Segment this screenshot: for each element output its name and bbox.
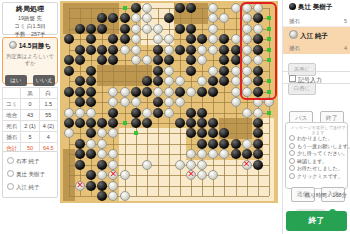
black-stone[interactable] — [253, 118, 263, 128]
white-stone[interactable] — [108, 181, 118, 191]
black-stone[interactable] — [197, 139, 207, 149]
player-radio[interactable] — [7, 183, 14, 190]
dead-stone-x-mark: ✕ — [76, 181, 84, 190]
white-stone[interactable] — [197, 45, 207, 55]
white-stone-icon — [9, 41, 17, 49]
disputed-region-red-box — [240, 2, 277, 100]
black-stone[interactable] — [186, 55, 196, 65]
message-radio[interactable] — [289, 143, 295, 149]
green-point-mark — [267, 111, 271, 115]
player-list-item[interactable]: 石本 純子 — [7, 155, 57, 168]
white-stone[interactable] — [231, 3, 241, 13]
score-cell: 2 (1) — [21, 121, 39, 132]
white-stone[interactable] — [142, 13, 152, 23]
white-stone[interactable] — [197, 76, 207, 86]
black-stone[interactable] — [120, 13, 130, 23]
white-stone[interactable] — [175, 97, 185, 107]
score-table: 黒白コミ01.5地合4355死石2 (1)4 (2)捕石54合計5064.5 — [2, 87, 58, 154]
white-stone[interactable] — [153, 24, 163, 34]
black-stone[interactable] — [97, 55, 107, 65]
black-stone[interactable] — [97, 181, 107, 191]
white-stone[interactable] — [164, 76, 174, 86]
black-stone[interactable] — [253, 160, 263, 170]
black-stone[interactable] — [64, 87, 74, 97]
white-stone[interactable] — [153, 87, 163, 97]
black-stone[interactable] — [86, 181, 96, 191]
white-stone[interactable] — [108, 191, 118, 201]
white-stone[interactable] — [120, 87, 130, 97]
black-stone[interactable] — [97, 13, 107, 23]
black-stone[interactable] — [86, 24, 96, 34]
black-stone[interactable] — [153, 45, 163, 55]
black-stone[interactable] — [219, 66, 229, 76]
white-stone[interactable] — [231, 76, 241, 86]
finish-button[interactable]: 終了 — [286, 211, 347, 231]
black-stone[interactable] — [175, 45, 185, 55]
black-stone[interactable] — [142, 118, 152, 128]
white-stone[interactable] — [108, 149, 118, 159]
message-option[interactable]: クリックミスです。 — [289, 173, 347, 181]
score-cell: 死石 — [3, 121, 21, 132]
black-stone[interactable] — [219, 55, 229, 65]
black-stone[interactable] — [197, 108, 207, 118]
black-stone[interactable] — [86, 45, 96, 55]
message-option[interactable]: 少し待ってください。 — [289, 150, 347, 158]
dead-stone-x-mark: ✕ — [110, 170, 118, 179]
white-stone[interactable] — [75, 108, 85, 118]
black-stone[interactable] — [131, 87, 141, 97]
white-captures: 捕石4 — [283, 45, 350, 52]
black-stone[interactable] — [197, 128, 207, 138]
black-stone[interactable] — [97, 45, 107, 55]
score-header: 白 — [39, 88, 57, 99]
white-stone[interactable] — [208, 3, 218, 13]
board-type-line: 19路盤 先 — [3, 14, 57, 22]
black-stone[interactable] — [75, 24, 85, 34]
dead-stone-x-mark: ✕ — [243, 160, 251, 169]
black-stone[interactable] — [153, 76, 163, 86]
black-stone[interactable] — [108, 118, 118, 128]
black-stone[interactable] — [142, 76, 152, 86]
score-cell: 5 — [21, 132, 39, 143]
black-stone[interactable] — [97, 191, 107, 201]
black-player-name: 奥辻 美樹子 — [289, 3, 346, 12]
black-stone[interactable] — [153, 66, 163, 76]
black-stone[interactable] — [108, 45, 118, 55]
white-stone[interactable] — [131, 97, 141, 107]
white-stone[interactable] — [208, 24, 218, 34]
white-stone[interactable] — [197, 55, 207, 65]
white-stone[interactable] — [131, 55, 141, 65]
result-line: 14.5目勝ち — [3, 41, 57, 51]
white-stone[interactable] — [219, 149, 229, 159]
white-stone[interactable] — [219, 13, 229, 23]
black-stone[interactable] — [86, 97, 96, 107]
score-cell: 4 (2) — [39, 121, 57, 132]
green-point-mark — [123, 6, 127, 10]
white-stone[interactable] — [131, 24, 141, 34]
white-stone[interactable] — [164, 97, 174, 107]
black-stone[interactable] — [253, 139, 263, 149]
score-row: 死石2 (1)4 (2) — [3, 121, 58, 132]
score-row: 地合4355 — [3, 110, 58, 121]
black-stone[interactable] — [131, 3, 141, 13]
white-stone[interactable] — [164, 66, 174, 76]
black-stone[interactable] — [242, 149, 252, 159]
endgame-title: 終局処理 — [3, 4, 57, 14]
black-stone[interactable] — [153, 55, 163, 65]
player-select-list: 石本 純子奥辻 美樹子入江 純子 — [2, 151, 58, 198]
black-stone[interactable] — [231, 45, 241, 55]
white-stone[interactable] — [186, 160, 196, 170]
white-stone[interactable] — [108, 128, 118, 138]
black-stone[interactable] — [175, 118, 185, 128]
white-stone[interactable] — [142, 3, 152, 13]
black-stone[interactable] — [86, 76, 96, 86]
black-stone[interactable] — [86, 87, 96, 97]
white-player-name: 入江 純子 — [289, 30, 346, 41]
white-stone[interactable] — [231, 87, 241, 97]
white-stone[interactable] — [97, 170, 107, 180]
black-stone[interactable] — [64, 55, 74, 65]
black-captures: 捕石5 — [283, 18, 350, 25]
message-option[interactable]: お待たせしました。 — [289, 165, 347, 173]
black-stone[interactable] — [175, 87, 185, 97]
black-stone[interactable] — [231, 139, 241, 149]
black-stone[interactable] — [75, 139, 85, 149]
message-option[interactable]: わかりました。 — [289, 135, 347, 143]
black-stone[interactable] — [164, 13, 174, 23]
yes-button[interactable]: はい — [5, 75, 27, 86]
score-cell: コミ — [3, 99, 21, 110]
white-stone[interactable] — [64, 108, 74, 118]
black-stone[interactable] — [75, 87, 85, 97]
black-stone[interactable] — [120, 34, 130, 44]
black-stone[interactable] — [86, 128, 96, 138]
white-stone[interactable] — [164, 87, 174, 97]
black-stone[interactable] — [186, 108, 196, 118]
black-stone[interactable] — [175, 24, 185, 34]
score-row: コミ01.5 — [3, 99, 58, 110]
black-stone[interactable] — [131, 108, 141, 118]
white-stone[interactable] — [242, 108, 252, 118]
black-stone[interactable] — [86, 149, 96, 159]
white-stone[interactable] — [64, 128, 74, 138]
black-stone[interactable] — [75, 97, 85, 107]
black-stone[interactable] — [175, 3, 185, 13]
white-stone[interactable] — [208, 66, 218, 76]
dead-stone-x-mark: ✕ — [187, 170, 195, 179]
white-stone[interactable] — [142, 55, 152, 65]
black-stone[interactable] — [75, 149, 85, 159]
score-row: 捕石54 — [3, 132, 58, 143]
white-stone[interactable] — [242, 139, 252, 149]
white-stone[interactable] — [108, 97, 118, 107]
white-stone[interactable] — [120, 191, 130, 201]
black-stone[interactable] — [208, 139, 218, 149]
symbol-input-row[interactable]: 記号入力 — [283, 71, 350, 84]
black-stone[interactable] — [231, 55, 241, 65]
white-stone[interactable] — [231, 66, 241, 76]
white-stone[interactable] — [142, 24, 152, 34]
white-stone[interactable] — [97, 139, 107, 149]
black-stone[interactable] — [219, 128, 229, 138]
score-cell: 55 — [39, 110, 57, 121]
goban[interactable]: ✕✕✕✕ — [60, 1, 278, 203]
score-cell: 43 — [21, 110, 39, 121]
black-stone[interactable] — [108, 34, 118, 44]
black-stone[interactable] — [97, 160, 107, 170]
black-stone[interactable] — [153, 108, 163, 118]
score-header — [3, 88, 21, 99]
black-stone[interactable] — [108, 55, 118, 65]
komi-line: コミ 白1.5目 — [3, 22, 57, 30]
black-stone[interactable] — [253, 128, 263, 138]
white-stone[interactable] — [142, 160, 152, 170]
black-stone[interactable] — [197, 87, 207, 97]
white-stone[interactable] — [175, 76, 185, 86]
black-stone[interactable] — [86, 66, 96, 76]
message-radio[interactable] — [289, 135, 295, 141]
white-stone[interactable] — [120, 45, 130, 55]
black-stone[interactable] — [231, 149, 241, 159]
symbol-checkbox-label: 記号入力 — [298, 77, 322, 83]
message-radio[interactable] — [289, 158, 295, 164]
message-options: わかりました。もう一度お願いします。少し待ってください。確認します。お待たせしま… — [289, 135, 347, 181]
black-stone-icon — [289, 3, 296, 10]
white-stone[interactable] — [208, 34, 218, 44]
black-stone[interactable] — [208, 87, 218, 97]
white-stone[interactable] — [131, 13, 141, 23]
player-radio[interactable] — [7, 157, 14, 164]
black-stone[interactable] — [186, 24, 196, 34]
player-list-item[interactable]: 入江 純子 — [7, 181, 57, 194]
black-stone[interactable] — [186, 118, 196, 128]
black-stone[interactable] — [75, 118, 85, 128]
white-stone[interactable] — [231, 97, 241, 107]
white-stone[interactable] — [108, 87, 118, 97]
black-stone[interactable] — [86, 170, 96, 180]
white-stone[interactable] — [197, 170, 207, 180]
white-stone[interactable] — [253, 108, 263, 118]
white-stone[interactable] — [86, 108, 96, 118]
green-point-mark — [123, 121, 127, 125]
score-cell: 捕石 — [3, 132, 21, 143]
black-stone[interactable] — [186, 45, 196, 55]
judgement-question: 判定案はよろしいですか — [6, 53, 54, 66]
black-stone[interactable] — [197, 34, 207, 44]
symbol-checkbox[interactable] — [289, 75, 296, 82]
message-radio[interactable] — [289, 173, 295, 179]
score-cell: 1.5 — [39, 99, 57, 110]
white-stone[interactable] — [197, 149, 207, 159]
white-stone[interactable] — [186, 87, 196, 97]
black-stone[interactable] — [186, 34, 196, 44]
black-stone[interactable] — [219, 76, 229, 86]
white-stone[interactable] — [131, 45, 141, 55]
message-option[interactable]: もう一度お願いします。 — [289, 143, 347, 151]
message-radio[interactable] — [289, 165, 295, 171]
white-stone[interactable] — [97, 149, 107, 159]
score-header: 黒 — [21, 88, 39, 99]
black-stone[interactable] — [108, 108, 118, 118]
message-radio[interactable] — [289, 150, 295, 156]
black-stone[interactable] — [186, 3, 196, 13]
black-stone[interactable] — [164, 55, 174, 65]
black-stone[interactable] — [97, 24, 107, 34]
black-stone[interactable] — [97, 118, 107, 128]
white-stone[interactable] — [108, 160, 118, 170]
black-stone[interactable] — [64, 66, 74, 76]
white-stone[interactable] — [120, 170, 130, 180]
white-stone[interactable] — [120, 97, 130, 107]
score-cell: 4 — [39, 132, 57, 143]
message-card: メッセージを選択して送信できます わかりました。もう一度お願いします。少し待って… — [285, 122, 348, 189]
white-stone[interactable] — [231, 34, 241, 44]
black-stone[interactable] — [208, 128, 218, 138]
message-option[interactable]: 確認します。 — [289, 158, 347, 166]
black-stone[interactable] — [153, 97, 163, 107]
white-stone[interactable] — [208, 13, 218, 23]
white-stone-icon — [289, 30, 298, 39]
player-radio[interactable] — [7, 170, 14, 177]
black-stone[interactable] — [208, 118, 218, 128]
white-stone[interactable] — [186, 149, 196, 159]
black-stone[interactable] — [75, 76, 85, 86]
black-stone[interactable] — [131, 118, 141, 128]
score-cell: 0 — [21, 99, 39, 110]
black-stone[interactable] — [186, 66, 196, 76]
black-stone[interactable] — [75, 55, 85, 65]
black-stone[interactable] — [108, 13, 118, 23]
message-hint: メッセージを選択して送信できます — [289, 125, 347, 135]
black-stone[interactable] — [219, 45, 229, 55]
black-stone[interactable] — [75, 160, 85, 170]
player-list-item[interactable]: 奥辻 美樹子 — [7, 168, 57, 181]
black-stone[interactable] — [219, 139, 229, 149]
white-stone[interactable] — [131, 34, 141, 44]
black-stone[interactable] — [86, 34, 96, 44]
black-stone[interactable] — [253, 149, 263, 159]
black-stone[interactable] — [75, 45, 85, 55]
white-stone[interactable] — [86, 139, 96, 149]
white-stone[interactable] — [175, 160, 185, 170]
black-stone[interactable] — [197, 118, 207, 128]
white-stone[interactable] — [153, 34, 163, 44]
black-stone[interactable] — [142, 87, 152, 97]
judgement-dialog: 14.5目勝ち 判定案はよろしいですか はい いいえ — [2, 37, 58, 84]
black-stone[interactable] — [64, 118, 74, 128]
endgame-info-card: 終局処理 19路盤 先 コミ 白1.5目 手数 257手 — [2, 2, 58, 35]
black-stone[interactable] — [219, 34, 229, 44]
black-stone[interactable] — [86, 118, 96, 128]
black-stone[interactable] — [120, 24, 130, 34]
no-button[interactable]: いいえ — [33, 75, 55, 86]
white-stone[interactable] — [208, 170, 218, 180]
time-remaining: 残り時間：168分 — [283, 192, 347, 199]
white-stone[interactable] — [142, 108, 152, 118]
score-cell: 地合 — [3, 110, 21, 121]
white-stone[interactable] — [197, 160, 207, 170]
black-stone[interactable] — [64, 34, 74, 44]
white-stone[interactable] — [164, 34, 174, 44]
white-stone[interactable] — [208, 149, 218, 159]
green-point-mark — [134, 131, 138, 135]
white-stone[interactable] — [164, 45, 174, 55]
white-stone[interactable] — [97, 128, 107, 138]
white-stone[interactable] — [164, 108, 174, 118]
white-stone[interactable] — [208, 45, 218, 55]
black-stone[interactable] — [186, 128, 196, 138]
black-stone[interactable] — [208, 76, 218, 86]
